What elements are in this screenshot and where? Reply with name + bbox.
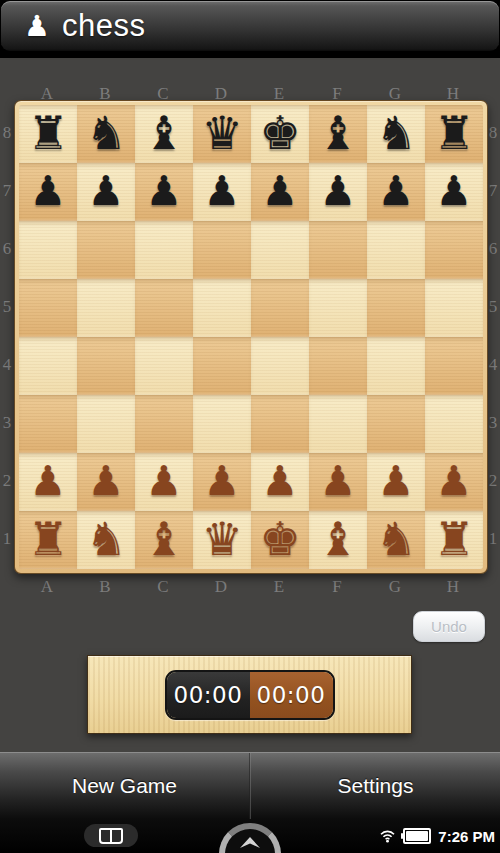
chess-board-frame: ♜♞♝♛♚♝♞♜♟♟♟♟♟♟♟♟♟♟♟♟♟♟♟♟♜♞♝♛♚♝♞♜ [14, 100, 488, 574]
coord-label-3: 3 [486, 394, 500, 452]
square-h8[interactable]: ♜ [425, 105, 483, 163]
coord-label-8: 8 [486, 104, 500, 162]
square-f5[interactable] [309, 279, 367, 337]
clock-time: 7:26 PM [438, 828, 495, 845]
square-f6[interactable] [309, 221, 367, 279]
square-b5[interactable] [77, 279, 135, 337]
reading-mode-button[interactable] [84, 824, 138, 847]
square-f3[interactable] [309, 395, 367, 453]
coord-label-5: 5 [486, 278, 500, 336]
square-e5[interactable] [251, 279, 309, 337]
coord-label-d: D [192, 577, 250, 597]
square-g8[interactable]: ♞ [367, 105, 425, 163]
square-g6[interactable] [367, 221, 425, 279]
coord-label-1: 1 [486, 510, 500, 568]
black-pawn[interactable]: ♟ [378, 171, 415, 212]
white-clock: 00:00 [250, 672, 333, 718]
chess-board: ♜♞♝♛♚♝♞♜♟♟♟♟♟♟♟♟♟♟♟♟♟♟♟♟♜♞♝♛♚♝♞♜ [19, 105, 483, 569]
square-g3[interactable] [367, 395, 425, 453]
book-icon [99, 828, 123, 844]
black-pawn[interactable]: ♟ [204, 171, 241, 212]
black-pawn[interactable]: ♟ [262, 171, 299, 212]
coord-label-5: 5 [0, 278, 14, 336]
white-pawn[interactable]: ♟ [320, 461, 357, 502]
square-e8[interactable]: ♚ [251, 105, 309, 163]
swipe-up-handle-icon[interactable] [219, 823, 281, 853]
square-d8[interactable]: ♛ [193, 105, 251, 163]
white-pawn[interactable]: ♟ [262, 461, 299, 502]
black-knight[interactable]: ♞ [375, 110, 416, 156]
white-knight[interactable]: ♞ [85, 516, 126, 562]
square-c6[interactable] [135, 221, 193, 279]
app-title-bar: ♟ chess [1, 1, 499, 51]
square-e4[interactable] [251, 337, 309, 395]
app-title: chess [62, 8, 145, 44]
square-b7[interactable]: ♟ [77, 163, 135, 221]
black-bishop[interactable]: ♝ [143, 110, 184, 156]
white-pawn[interactable]: ♟ [436, 461, 473, 502]
coord-label-4: 4 [486, 336, 500, 394]
undo-button[interactable]: Undo [413, 611, 485, 642]
coord-label-f: F [308, 577, 366, 597]
white-bishop[interactable]: ♝ [143, 516, 184, 562]
coord-label-7: 7 [486, 162, 500, 220]
square-h7[interactable]: ♟ [425, 163, 483, 221]
white-pawn[interactable]: ♟ [378, 461, 415, 502]
square-a6[interactable] [19, 221, 77, 279]
black-king[interactable]: ♚ [259, 110, 300, 156]
square-e2[interactable]: ♟ [251, 453, 309, 511]
coord-label-6: 6 [486, 220, 500, 278]
white-knight[interactable]: ♞ [375, 516, 416, 562]
coord-label-2: 2 [0, 452, 14, 510]
coord-label-3: 3 [0, 394, 14, 452]
coord-label-c: C [134, 577, 192, 597]
square-b2[interactable]: ♟ [77, 453, 135, 511]
coord-label-8: 8 [0, 104, 14, 162]
square-h2[interactable]: ♟ [425, 453, 483, 511]
square-h4[interactable] [425, 337, 483, 395]
square-e6[interactable] [251, 221, 309, 279]
coord-label-g: G [366, 577, 424, 597]
square-c4[interactable] [135, 337, 193, 395]
square-g1[interactable]: ♞ [367, 511, 425, 569]
square-b8[interactable]: ♞ [77, 105, 135, 163]
square-e1[interactable]: ♚ [251, 511, 309, 569]
square-b1[interactable]: ♞ [77, 511, 135, 569]
black-clock: 00:00 [167, 672, 250, 718]
system-status-bar: 7:26 PM [0, 819, 500, 853]
square-d1[interactable]: ♛ [193, 511, 251, 569]
square-b6[interactable] [77, 221, 135, 279]
square-e7[interactable]: ♟ [251, 163, 309, 221]
square-c5[interactable] [135, 279, 193, 337]
white-rook[interactable]: ♜ [433, 516, 474, 562]
black-queen[interactable]: ♛ [201, 110, 242, 156]
square-f8[interactable]: ♝ [309, 105, 367, 163]
black-bishop[interactable]: ♝ [317, 110, 358, 156]
black-pawn[interactable]: ♟ [436, 171, 473, 212]
settings-button[interactable]: Settings [251, 753, 500, 819]
battery-icon [403, 828, 431, 844]
square-d5[interactable] [193, 279, 251, 337]
black-rook[interactable]: ♜ [27, 110, 68, 156]
coord-label-h: H [424, 577, 482, 597]
black-pawn[interactable]: ♟ [320, 171, 357, 212]
square-b3[interactable] [77, 395, 135, 453]
white-pawn[interactable]: ♟ [146, 461, 183, 502]
rank-labels-right: 87654321 [486, 104, 500, 568]
wifi-icon [379, 829, 396, 843]
black-pawn[interactable]: ♟ [30, 171, 67, 212]
chess-app-screen: ♟ chess ABCDEFGH 87654321 87654321 ABCDE… [0, 0, 500, 853]
square-h6[interactable] [425, 221, 483, 279]
square-b4[interactable] [77, 337, 135, 395]
square-h3[interactable] [425, 395, 483, 453]
white-rook[interactable]: ♜ [27, 516, 68, 562]
white-king[interactable]: ♚ [259, 516, 300, 562]
square-a7[interactable]: ♟ [19, 163, 77, 221]
black-rook[interactable]: ♜ [433, 110, 474, 156]
square-d3[interactable] [193, 395, 251, 453]
square-g5[interactable] [367, 279, 425, 337]
square-c2[interactable]: ♟ [135, 453, 193, 511]
chess-clock: 00:00 00:00 [165, 670, 335, 720]
square-f2[interactable]: ♟ [309, 453, 367, 511]
square-g4[interactable] [367, 337, 425, 395]
square-f4[interactable] [309, 337, 367, 395]
square-a2[interactable]: ♟ [19, 453, 77, 511]
coord-label-e: E [250, 577, 308, 597]
square-d7[interactable]: ♟ [193, 163, 251, 221]
black-knight[interactable]: ♞ [85, 110, 126, 156]
square-g7[interactable]: ♟ [367, 163, 425, 221]
white-pawn[interactable]: ♟ [88, 461, 125, 502]
new-game-button[interactable]: New Game [0, 753, 249, 819]
white-pawn[interactable]: ♟ [204, 461, 241, 502]
white-bishop[interactable]: ♝ [317, 516, 358, 562]
coord-label-6: 6 [0, 220, 14, 278]
coord-label-7: 7 [0, 162, 14, 220]
file-labels-bottom: ABCDEFGH [18, 577, 482, 595]
square-a4[interactable] [19, 337, 77, 395]
square-f1[interactable]: ♝ [309, 511, 367, 569]
status-right-cluster: 7:26 PM [379, 819, 495, 853]
square-g2[interactable]: ♟ [367, 453, 425, 511]
coord-label-b: B [76, 577, 134, 597]
coord-label-a: A [18, 577, 76, 597]
square-d2[interactable]: ♟ [193, 453, 251, 511]
square-a3[interactable] [19, 395, 77, 453]
bottom-menu-bar: New Game Settings [0, 752, 500, 819]
square-c3[interactable] [135, 395, 193, 453]
square-d4[interactable] [193, 337, 251, 395]
clock-panel: 00:00 00:00 [87, 655, 412, 734]
square-h5[interactable] [425, 279, 483, 337]
white-pawn[interactable]: ♟ [30, 461, 67, 502]
square-d6[interactable] [193, 221, 251, 279]
square-f7[interactable]: ♟ [309, 163, 367, 221]
square-h1[interactable]: ♜ [425, 511, 483, 569]
square-a8[interactable]: ♜ [19, 105, 77, 163]
coord-label-1: 1 [0, 510, 14, 568]
undo-label: Undo [431, 618, 467, 635]
coord-label-2: 2 [486, 452, 500, 510]
rank-labels-left: 87654321 [0, 104, 14, 568]
square-a5[interactable] [19, 279, 77, 337]
square-a1[interactable]: ♜ [19, 511, 77, 569]
square-c7[interactable]: ♟ [135, 163, 193, 221]
square-c8[interactable]: ♝ [135, 105, 193, 163]
square-e3[interactable] [251, 395, 309, 453]
square-c1[interactable]: ♝ [135, 511, 193, 569]
white-queen[interactable]: ♛ [201, 516, 242, 562]
coord-label-4: 4 [0, 336, 14, 394]
pawn-icon: ♟ [24, 12, 50, 41]
black-pawn[interactable]: ♟ [88, 171, 125, 212]
black-pawn[interactable]: ♟ [146, 171, 183, 212]
